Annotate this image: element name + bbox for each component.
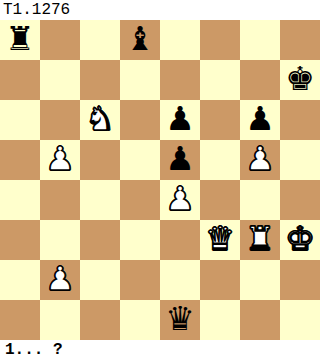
square-f7[interactable] xyxy=(200,60,240,100)
square-b5[interactable]: ♟ xyxy=(40,140,80,180)
square-g1[interactable] xyxy=(240,300,280,340)
square-f6[interactable] xyxy=(200,100,240,140)
puzzle-title: T1.1276 xyxy=(3,0,70,20)
white-pawn[interactable]: ♟ xyxy=(45,259,75,299)
square-h7[interactable]: ♚ xyxy=(280,60,320,100)
square-b8[interactable] xyxy=(40,20,80,60)
black-pawn[interactable]: ♟ xyxy=(245,99,275,139)
black-rook[interactable]: ♜ xyxy=(5,19,35,59)
square-a2[interactable] xyxy=(0,260,40,300)
square-f8[interactable] xyxy=(200,20,240,60)
move-prompt-bar: 1... ? xyxy=(0,340,320,360)
white-pawn[interactable]: ♟ xyxy=(165,179,195,219)
square-b4[interactable] xyxy=(40,180,80,220)
square-a7[interactable] xyxy=(0,60,40,100)
white-king[interactable]: ♚ xyxy=(285,219,315,259)
square-d7[interactable] xyxy=(120,60,160,100)
square-b2[interactable]: ♟ xyxy=(40,260,80,300)
square-c2[interactable] xyxy=(80,260,120,300)
square-f5[interactable] xyxy=(200,140,240,180)
square-f4[interactable] xyxy=(200,180,240,220)
white-pawn[interactable]: ♟ xyxy=(45,139,75,179)
black-bishop[interactable]: ♝ xyxy=(125,19,155,59)
square-a6[interactable] xyxy=(0,100,40,140)
square-f2[interactable] xyxy=(200,260,240,300)
square-e1[interactable]: ♛ xyxy=(160,300,200,340)
square-g6[interactable]: ♟ xyxy=(240,100,280,140)
square-g2[interactable] xyxy=(240,260,280,300)
white-queen[interactable]: ♛ xyxy=(205,219,235,259)
white-knight[interactable]: ♞ xyxy=(85,99,115,139)
square-d4[interactable] xyxy=(120,180,160,220)
square-c5[interactable] xyxy=(80,140,120,180)
square-a8[interactable]: ♜ xyxy=(0,20,40,60)
square-e3[interactable] xyxy=(160,220,200,260)
chess-board: ♜♝♚♞♟♟♟♟♟♟♛♜♚♟♛ xyxy=(0,20,320,340)
white-pawn[interactable]: ♟ xyxy=(245,139,275,179)
square-h1[interactable] xyxy=(280,300,320,340)
black-pawn[interactable]: ♟ xyxy=(165,139,195,179)
square-d2[interactable] xyxy=(120,260,160,300)
move-prompt: 1... ? xyxy=(5,340,63,360)
square-a1[interactable] xyxy=(0,300,40,340)
square-c1[interactable] xyxy=(80,300,120,340)
square-a4[interactable] xyxy=(0,180,40,220)
square-h4[interactable] xyxy=(280,180,320,220)
square-g3[interactable]: ♜ xyxy=(240,220,280,260)
square-f1[interactable] xyxy=(200,300,240,340)
square-g7[interactable] xyxy=(240,60,280,100)
square-b6[interactable] xyxy=(40,100,80,140)
puzzle-title-bar: T1.1276 xyxy=(0,0,320,20)
square-c6[interactable]: ♞ xyxy=(80,100,120,140)
square-c7[interactable] xyxy=(80,60,120,100)
square-c3[interactable] xyxy=(80,220,120,260)
black-queen[interactable]: ♛ xyxy=(165,299,195,339)
square-g4[interactable] xyxy=(240,180,280,220)
square-g8[interactable] xyxy=(240,20,280,60)
square-d5[interactable] xyxy=(120,140,160,180)
square-e2[interactable] xyxy=(160,260,200,300)
square-d6[interactable] xyxy=(120,100,160,140)
square-e4[interactable]: ♟ xyxy=(160,180,200,220)
square-b3[interactable] xyxy=(40,220,80,260)
square-d3[interactable] xyxy=(120,220,160,260)
square-a3[interactable] xyxy=(0,220,40,260)
black-king[interactable]: ♚ xyxy=(285,59,315,99)
square-h8[interactable] xyxy=(280,20,320,60)
square-h2[interactable] xyxy=(280,260,320,300)
square-h6[interactable] xyxy=(280,100,320,140)
square-e5[interactable]: ♟ xyxy=(160,140,200,180)
square-e6[interactable]: ♟ xyxy=(160,100,200,140)
black-pawn[interactable]: ♟ xyxy=(165,99,195,139)
square-e8[interactable] xyxy=(160,20,200,60)
square-f3[interactable]: ♛ xyxy=(200,220,240,260)
square-e7[interactable] xyxy=(160,60,200,100)
white-rook[interactable]: ♜ xyxy=(245,219,275,259)
square-c8[interactable] xyxy=(80,20,120,60)
square-a5[interactable] xyxy=(0,140,40,180)
square-d1[interactable] xyxy=(120,300,160,340)
square-c4[interactable] xyxy=(80,180,120,220)
square-b1[interactable] xyxy=(40,300,80,340)
square-g5[interactable]: ♟ xyxy=(240,140,280,180)
square-d8[interactable]: ♝ xyxy=(120,20,160,60)
square-h5[interactable] xyxy=(280,140,320,180)
square-b7[interactable] xyxy=(40,60,80,100)
square-h3[interactable]: ♚ xyxy=(280,220,320,260)
